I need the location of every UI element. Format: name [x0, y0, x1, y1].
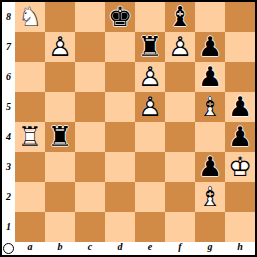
square-h1[interactable] — [225, 212, 255, 242]
square-d6[interactable] — [105, 62, 135, 92]
white-knight-outline: ♘ — [15, 2, 45, 32]
square-h7[interactable] — [225, 32, 255, 62]
square-b7[interactable]: ♟♙ — [45, 32, 75, 62]
square-g3[interactable]: ♟ — [195, 152, 225, 182]
piece-white-pawn: ♟♙ — [135, 62, 165, 92]
square-f2[interactable] — [165, 182, 195, 212]
square-f6[interactable] — [165, 62, 195, 92]
piece-black-king: ♚ — [105, 2, 135, 32]
piece-white-pawn: ♟♙ — [135, 92, 165, 122]
square-g5[interactable]: ♝♗ — [195, 92, 225, 122]
square-h2[interactable] — [225, 182, 255, 212]
chess-diagram: 87654321 ♞♘♚♝♟♙♜♟♙♟♟♙♟♟♙♝♗♟♜♖♜♟♟♚♔♝♗ abc… — [0, 0, 257, 257]
rank-label-1: 1 — [2, 212, 15, 242]
piece-white-pawn: ♟♙ — [165, 32, 195, 62]
white-king-outline: ♔ — [225, 152, 255, 182]
rank-label-7: 7 — [2, 32, 15, 62]
white-pawn-outline: ♙ — [45, 32, 75, 62]
square-a2[interactable] — [15, 182, 45, 212]
square-c7[interactable] — [75, 32, 105, 62]
file-label-b: b — [45, 242, 75, 255]
piece-black-pawn: ♟ — [195, 62, 225, 92]
square-f4[interactable] — [165, 122, 195, 152]
piece-white-bishop: ♝♗ — [195, 92, 225, 122]
square-h4[interactable]: ♟ — [225, 122, 255, 152]
piece-black-bishop: ♝ — [165, 2, 195, 32]
square-d2[interactable] — [105, 182, 135, 212]
square-b6[interactable] — [45, 62, 75, 92]
square-b2[interactable] — [45, 182, 75, 212]
square-g2[interactable]: ♝♗ — [195, 182, 225, 212]
square-d4[interactable] — [105, 122, 135, 152]
black-pawn-glyph: ♟ — [195, 152, 225, 182]
square-c4[interactable] — [75, 122, 105, 152]
black-pawn-glyph: ♟ — [225, 92, 255, 122]
square-g4[interactable] — [195, 122, 225, 152]
square-c5[interactable] — [75, 92, 105, 122]
white-rook-outline: ♖ — [15, 122, 45, 152]
file-label-g: g — [195, 242, 225, 255]
square-e2[interactable] — [135, 182, 165, 212]
rank-label-8: 8 — [2, 2, 15, 32]
side-to-move-corner — [2, 242, 15, 255]
square-f5[interactable] — [165, 92, 195, 122]
white-bishop-outline: ♗ — [195, 182, 225, 212]
rank-label-4: 4 — [2, 122, 15, 152]
diagram-inner: 87654321 ♞♘♚♝♟♙♜♟♙♟♟♙♟♟♙♝♗♟♜♖♜♟♟♚♔♝♗ abc… — [2, 2, 255, 255]
piece-white-rook: ♜♖ — [15, 122, 45, 152]
piece-black-pawn: ♟ — [225, 92, 255, 122]
square-e7[interactable]: ♜ — [135, 32, 165, 62]
square-g1[interactable] — [195, 212, 225, 242]
black-king-glyph: ♚ — [105, 2, 135, 32]
file-label-d: d — [105, 242, 135, 255]
white-pawn-outline: ♙ — [135, 92, 165, 122]
square-c8[interactable] — [75, 2, 105, 32]
file-label-f: f — [165, 242, 195, 255]
piece-black-pawn: ♟ — [195, 32, 225, 62]
square-g6[interactable]: ♟ — [195, 62, 225, 92]
square-c1[interactable] — [75, 212, 105, 242]
square-a4[interactable]: ♜♖ — [15, 122, 45, 152]
black-pawn-glyph: ♟ — [225, 122, 255, 152]
square-a8[interactable]: ♞♘ — [15, 2, 45, 32]
square-h6[interactable] — [225, 62, 255, 92]
black-bishop-glyph: ♝ — [165, 2, 195, 32]
square-g7[interactable]: ♟ — [195, 32, 225, 62]
black-rook-glyph: ♜ — [135, 32, 165, 62]
square-a6[interactable] — [15, 62, 45, 92]
square-h8[interactable] — [225, 2, 255, 32]
rank-label-2: 2 — [2, 182, 15, 212]
square-b4[interactable]: ♜ — [45, 122, 75, 152]
square-e1[interactable] — [135, 212, 165, 242]
square-f3[interactable] — [165, 152, 195, 182]
piece-black-rook: ♜ — [45, 122, 75, 152]
square-c3[interactable] — [75, 152, 105, 182]
file-label-h: h — [225, 242, 255, 255]
square-a5[interactable] — [15, 92, 45, 122]
rank-labels: 87654321 — [2, 2, 15, 242]
square-b5[interactable] — [45, 92, 75, 122]
square-g8[interactable] — [195, 2, 225, 32]
square-e8[interactable] — [135, 2, 165, 32]
black-rook-glyph: ♜ — [45, 122, 75, 152]
square-b3[interactable] — [45, 152, 75, 182]
square-b1[interactable] — [45, 212, 75, 242]
piece-black-rook: ♜ — [135, 32, 165, 62]
file-label-a: a — [15, 242, 45, 255]
square-a3[interactable] — [15, 152, 45, 182]
square-f8[interactable]: ♝ — [165, 2, 195, 32]
white-bishop-outline: ♗ — [195, 92, 225, 122]
square-h5[interactable]: ♟ — [225, 92, 255, 122]
square-a1[interactable] — [15, 212, 45, 242]
board: ♞♘♚♝♟♙♜♟♙♟♟♙♟♟♙♝♗♟♜♖♜♟♟♚♔♝♗ — [15, 2, 255, 242]
square-f1[interactable] — [165, 212, 195, 242]
piece-white-bishop: ♝♗ — [195, 182, 225, 212]
piece-white-king: ♚♔ — [225, 152, 255, 182]
black-pawn-glyph: ♟ — [195, 62, 225, 92]
white-pawn-outline: ♙ — [135, 62, 165, 92]
square-e3[interactable] — [135, 152, 165, 182]
square-a7[interactable] — [15, 32, 45, 62]
square-d1[interactable] — [105, 212, 135, 242]
square-h3[interactable]: ♚♔ — [225, 152, 255, 182]
white-to-move-indicator — [3, 243, 14, 254]
piece-black-pawn: ♟ — [195, 152, 225, 182]
square-c2[interactable] — [75, 182, 105, 212]
rank-label-6: 6 — [2, 62, 15, 92]
square-e5[interactable]: ♟♙ — [135, 92, 165, 122]
file-label-c: c — [75, 242, 105, 255]
square-f7[interactable]: ♟♙ — [165, 32, 195, 62]
square-e6[interactable]: ♟♙ — [135, 62, 165, 92]
square-d8[interactable]: ♚ — [105, 2, 135, 32]
file-label-e: e — [135, 242, 165, 255]
rank-label-3: 3 — [2, 152, 15, 182]
square-e4[interactable] — [135, 122, 165, 152]
black-pawn-glyph: ♟ — [195, 32, 225, 62]
white-pawn-outline: ♙ — [165, 32, 195, 62]
rank-label-5: 5 — [2, 92, 15, 122]
square-d5[interactable] — [105, 92, 135, 122]
square-d7[interactable] — [105, 32, 135, 62]
square-d3[interactable] — [105, 152, 135, 182]
square-c6[interactable] — [75, 62, 105, 92]
piece-white-knight: ♞♘ — [15, 2, 45, 32]
piece-black-pawn: ♟ — [225, 122, 255, 152]
file-labels: abcdefgh — [15, 242, 255, 255]
square-b8[interactable] — [45, 2, 75, 32]
piece-white-pawn: ♟♙ — [45, 32, 75, 62]
